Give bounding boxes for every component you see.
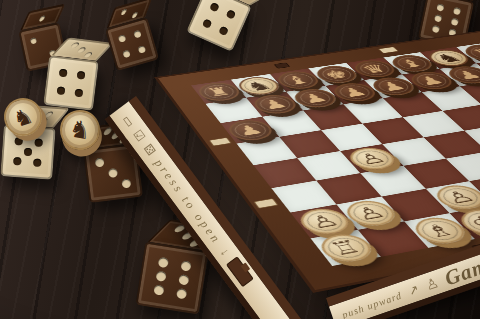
die-pip	[226, 9, 237, 20]
die-front-face	[186, 0, 252, 52]
die-pip	[209, 2, 220, 13]
die-icon: ⚄	[141, 141, 158, 158]
frame-clasp	[209, 137, 232, 146]
die-pip	[178, 274, 189, 285]
brand-script-text: Game	[441, 249, 480, 291]
die-pip	[156, 271, 167, 282]
wooden-die[interactable]	[186, 0, 252, 52]
die-pip	[158, 256, 169, 267]
box-latch[interactable]	[226, 256, 254, 287]
die-pip	[153, 285, 164, 296]
die-pip	[75, 89, 84, 98]
wooden-die[interactable]	[135, 241, 208, 314]
box-icon: ▭	[119, 112, 137, 129]
wooden-die[interactable]	[43, 55, 99, 111]
die-pip	[176, 288, 187, 299]
die-pip	[76, 47, 87, 53]
die-pip	[39, 15, 46, 22]
die-pip	[59, 68, 68, 77]
table-surface: ♜♞♝♚♛♝♞♜♟♟♟♟♟♟♟♟♙♙♙♙♙♙♙♙♖♗♔♕♗♖ ▭☑⚄ press…	[0, 0, 480, 319]
die-pip	[70, 42, 81, 48]
die-pip	[108, 168, 118, 178]
push-upward-text: push upward	[341, 289, 404, 319]
up-right-arrow-icon: ↗	[407, 282, 421, 299]
die-pip	[432, 25, 440, 33]
die-pip	[13, 157, 22, 166]
die-pip	[118, 34, 127, 43]
frame-peg	[274, 62, 291, 68]
die-pip	[82, 52, 93, 58]
die-pip	[122, 50, 131, 59]
die-pip	[450, 18, 458, 26]
die-pip	[24, 148, 33, 157]
die-pip	[120, 8, 127, 15]
pawn-sketch-icon: ♙	[424, 274, 441, 293]
die-pip	[77, 71, 86, 80]
die-pip	[133, 30, 142, 39]
die-pip	[95, 158, 105, 168]
die-pip	[44, 111, 55, 117]
die-pip	[434, 14, 442, 22]
die-pip	[34, 139, 43, 148]
die-pip	[138, 45, 147, 54]
down-arrow-icon: ↓	[218, 245, 233, 258]
die-pip	[56, 87, 65, 96]
die-pip	[180, 260, 191, 271]
checkbox-icon: ☑	[130, 127, 148, 144]
wooden-die[interactable]	[105, 17, 159, 71]
frame-clasp	[378, 47, 399, 54]
frame-clasp	[253, 198, 278, 208]
die-pip	[30, 38, 37, 45]
die-front-face	[135, 241, 208, 314]
die-pip	[453, 7, 461, 15]
die-pip	[218, 26, 229, 37]
die-front-face	[43, 55, 99, 111]
die-pip	[202, 18, 213, 29]
die-pip	[15, 137, 24, 146]
die-pip	[131, 12, 138, 19]
die-pip	[436, 4, 444, 12]
die-pip	[121, 178, 131, 188]
die-pip	[33, 158, 42, 167]
